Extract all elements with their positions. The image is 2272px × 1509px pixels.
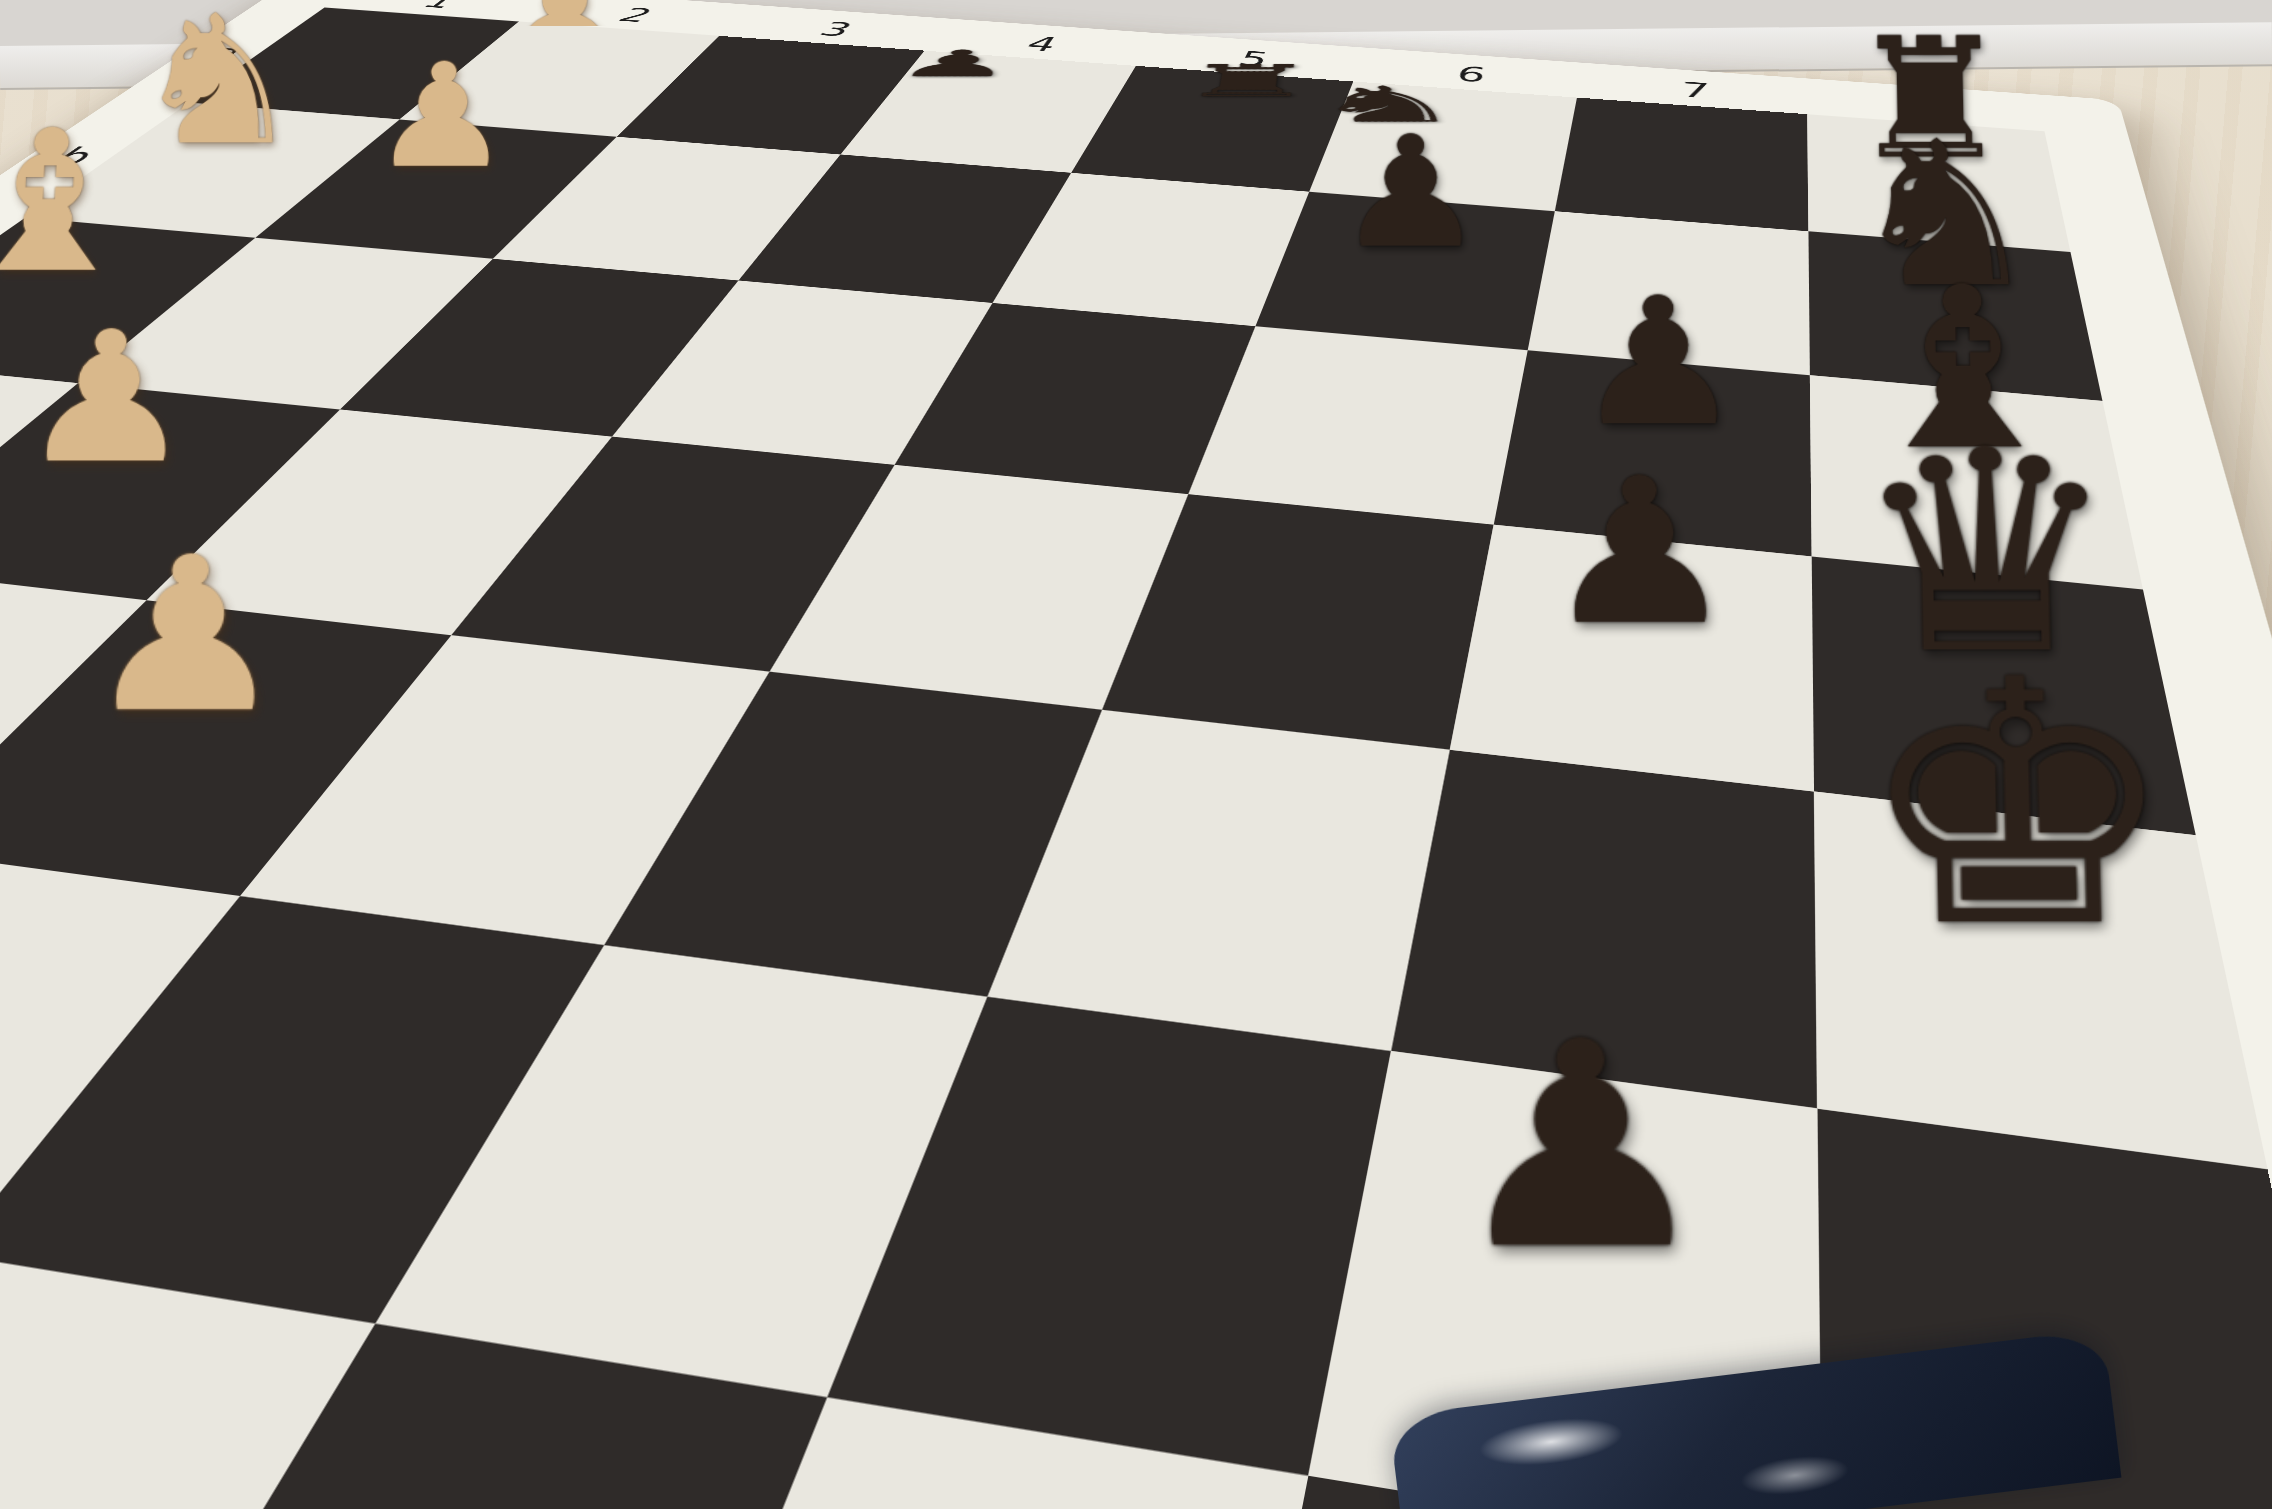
- square-e8[interactable]: ♚: [1814, 791, 2267, 1169]
- square-a7[interactable]: [1555, 98, 1809, 232]
- square-b5[interactable]: [993, 173, 1310, 326]
- black-king-e8[interactable]: ♚: [1853, 637, 2183, 974]
- white-pawn-a2[interactable]: ♟: [498, 0, 630, 79]
- captured-black-rook-top[interactable]: ♜: [1175, 59, 1320, 103]
- captured-black-knight-top[interactable]: ♞: [1309, 80, 1465, 129]
- chess-board: ♜♟♜♞♟♟♞♝♟♝♛♟♟♛♚♟♚♝♟♟♞♟♟♜♟♟ 12345678abcde…: [0, 0, 2272, 1509]
- square-e6[interactable]: [987, 710, 1450, 1051]
- square-b6[interactable]: ♟: [1255, 192, 1554, 351]
- black-pawn-f7[interactable]: ♟: [1446, 1005, 1717, 1289]
- square-d7[interactable]: ♟: [1450, 525, 1814, 792]
- black-pawn-c7[interactable]: ♟: [1572, 274, 1745, 451]
- captured-black-pawn-top[interactable]: ♟: [890, 46, 1022, 83]
- scene: ♜♟♜♞♟♟♞♝♟♝♛♟♟♛♚♟♚♝♟♟♞♟♟♜♟♟ 12345678abcde…: [0, 0, 2272, 1509]
- black-pawn-b6[interactable]: ♟: [1335, 116, 1486, 270]
- square-f6[interactable]: [827, 997, 1391, 1476]
- white-pawn-e3[interactable]: ♟: [80, 529, 295, 742]
- white-pawn-b2[interactable]: ♟: [369, 44, 515, 188]
- rank-label-top-7: 7: [1680, 77, 1711, 103]
- rank-label-top-3: 3: [813, 18, 858, 41]
- black-pawn-d7[interactable]: ♟: [1542, 451, 1739, 653]
- white-pawn-d2[interactable]: ♟: [16, 307, 200, 488]
- board-grid: ♜♟♜♞♟♟♞♝♟♝♛♟♟♛♚♟♚♝♟♟♞♟♟♜♟♟: [0, 7, 2272, 1509]
- white-knight-b1[interactable]: ♞: [127, 0, 309, 170]
- rank-label-top-4: 4: [1021, 32, 1063, 56]
- white-bishop-c1[interactable]: ♝: [0, 104, 149, 300]
